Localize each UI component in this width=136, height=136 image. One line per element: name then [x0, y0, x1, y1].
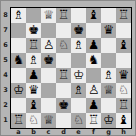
file-label-f: f: [86, 128, 101, 136]
square-h4[interactable]: ♛: [116, 68, 131, 83]
square-e7[interactable]: ♚: [71, 23, 86, 38]
square-e8[interactable]: [71, 8, 86, 23]
square-d6[interactable]: ♘: [56, 38, 71, 53]
square-a6[interactable]: [11, 38, 26, 53]
square-e4[interactable]: ♔: [71, 68, 86, 83]
square-d4[interactable]: ♖: [56, 68, 71, 83]
black-knight-icon: ♞: [13, 54, 24, 67]
square-f8[interactable]: ♝: [86, 8, 101, 23]
white-queen-icon: ♕: [43, 114, 54, 127]
square-d3[interactable]: [56, 83, 71, 98]
square-c6[interactable]: ♙: [41, 38, 56, 53]
rank-label-6: 6: [1, 38, 10, 53]
black-queen-icon: ♛: [118, 69, 129, 82]
square-g2[interactable]: [101, 98, 116, 113]
black-bishop-icon: ♝: [28, 99, 39, 112]
square-g4[interactable]: ♗: [101, 68, 116, 83]
black-queen-icon: ♛: [103, 24, 114, 37]
square-a8[interactable]: ♗: [11, 8, 26, 23]
white-rook-icon: ♖: [118, 9, 129, 22]
square-c2[interactable]: [41, 98, 56, 113]
rank-label-4: 4: [1, 68, 10, 83]
file-labels: abcdefgh: [11, 128, 131, 136]
chess-diagram-frame: 87654321 ♗♕♖♝♖♚♚♛♖♙♘♗♟♝♞♗♚♞♟♖♔♗♛♔♛♗♙♕♘♝♚…: [0, 0, 136, 136]
square-g3[interactable]: ♕: [101, 83, 116, 98]
white-bishop-icon: ♗: [13, 9, 24, 22]
file-label-b: b: [26, 128, 41, 136]
chess-board: ♗♕♖♝♖♚♚♛♖♙♘♗♟♝♞♗♚♞♟♖♔♗♛♔♛♗♙♕♘♝♚♟♖♖♘♕♘♖♔♝: [10, 7, 132, 129]
square-f1[interactable]: ♖: [86, 113, 101, 128]
square-b1[interactable]: ♘: [26, 113, 41, 128]
square-b5[interactable]: ♗: [26, 53, 41, 68]
square-g1[interactable]: ♔: [101, 113, 116, 128]
square-g7[interactable]: ♛: [101, 23, 116, 38]
white-rook-icon: ♖: [58, 69, 69, 82]
square-e3[interactable]: ♗: [71, 83, 86, 98]
white-bishop-icon: ♗: [28, 54, 39, 67]
white-pawn-icon: ♙: [43, 39, 54, 52]
file-label-a: a: [11, 128, 26, 136]
white-pawn-icon: ♙: [88, 84, 99, 97]
black-king-icon: ♚: [58, 99, 69, 112]
white-king-icon: ♔: [103, 114, 114, 127]
square-d7[interactable]: [56, 23, 71, 38]
square-f5[interactable]: ♞: [86, 53, 101, 68]
white-rook-icon: ♖: [13, 114, 24, 127]
white-knight-icon: ♘: [28, 114, 39, 127]
square-f7[interactable]: [86, 23, 101, 38]
white-king-icon: ♔: [13, 84, 24, 97]
white-rook-icon: ♖: [118, 99, 129, 112]
file-label-g: g: [101, 128, 116, 136]
square-c8[interactable]: ♕: [41, 8, 56, 23]
square-g5[interactable]: [101, 53, 116, 68]
square-f6[interactable]: ♟: [86, 38, 101, 53]
rank-label-5: 5: [1, 53, 10, 68]
square-e5[interactable]: [71, 53, 86, 68]
black-bishop-icon: ♝: [88, 9, 99, 22]
square-h5[interactable]: [116, 53, 131, 68]
square-e6[interactable]: ♗: [71, 38, 86, 53]
square-b3[interactable]: ♛: [26, 83, 41, 98]
square-c3[interactable]: [41, 83, 56, 98]
square-a7[interactable]: [11, 23, 26, 38]
square-f2[interactable]: ♟: [86, 98, 101, 113]
black-king-icon: ♚: [43, 54, 54, 67]
rank-label-2: 2: [1, 98, 10, 113]
white-bishop-icon: ♗: [73, 39, 84, 52]
white-knight-icon: ♘: [118, 84, 129, 97]
rank-label-3: 3: [1, 83, 10, 98]
square-e1[interactable]: ♘: [71, 113, 86, 128]
square-b2[interactable]: ♝: [26, 98, 41, 113]
rank-label-8: 8: [1, 8, 10, 23]
black-pawn-icon: ♟: [88, 39, 99, 52]
square-f4[interactable]: [86, 68, 101, 83]
file-label-d: d: [56, 128, 71, 136]
square-d1[interactable]: [56, 113, 71, 128]
white-queen-icon: ♕: [43, 9, 54, 22]
square-c5[interactable]: ♚: [41, 53, 56, 68]
square-d8[interactable]: ♖: [56, 8, 71, 23]
black-knight-icon: ♞: [88, 54, 99, 67]
square-b4[interactable]: ♟: [26, 68, 41, 83]
black-king-icon: ♚: [73, 24, 84, 37]
rank-label-1: 1: [1, 113, 10, 128]
square-a3[interactable]: ♔: [11, 83, 26, 98]
square-b6[interactable]: ♖: [26, 38, 41, 53]
square-h8[interactable]: ♖: [116, 8, 131, 23]
black-pawn-icon: ♟: [28, 69, 39, 82]
square-h7[interactable]: [116, 23, 131, 38]
square-d2[interactable]: ♚: [56, 98, 71, 113]
file-label-c: c: [41, 128, 56, 136]
square-c1[interactable]: ♕: [41, 113, 56, 128]
white-rook-icon: ♖: [88, 114, 99, 127]
white-rook-icon: ♖: [58, 9, 69, 22]
square-a1[interactable]: ♖: [11, 113, 26, 128]
square-b8[interactable]: [26, 8, 41, 23]
square-g8[interactable]: [101, 8, 116, 23]
square-h6[interactable]: ♝: [116, 38, 131, 53]
square-c7[interactable]: [41, 23, 56, 38]
square-d5[interactable]: [56, 53, 71, 68]
square-a2[interactable]: [11, 98, 26, 113]
white-queen-icon: ♕: [103, 84, 114, 97]
square-g6[interactable]: [101, 38, 116, 53]
square-h2[interactable]: ♖: [116, 98, 131, 113]
white-bishop-icon: ♗: [103, 69, 114, 82]
white-knight-icon: ♘: [73, 114, 84, 127]
black-king-icon: ♚: [28, 24, 39, 37]
black-queen-icon: ♛: [28, 84, 39, 97]
square-a4[interactable]: [11, 68, 26, 83]
square-f3[interactable]: ♙: [86, 83, 101, 98]
white-king-icon: ♔: [73, 69, 84, 82]
square-h1[interactable]: ♝: [116, 113, 131, 128]
file-label-h: h: [116, 128, 131, 136]
file-label-e: e: [71, 128, 86, 136]
square-e2[interactable]: [71, 98, 86, 113]
black-bishop-icon: ♝: [118, 114, 129, 127]
rank-label-7: 7: [1, 23, 10, 38]
square-b7[interactable]: ♚: [26, 23, 41, 38]
white-knight-icon: ♘: [58, 39, 69, 52]
rank-labels: 87654321: [1, 8, 10, 128]
square-c4[interactable]: [41, 68, 56, 83]
square-h3[interactable]: ♘: [116, 83, 131, 98]
square-a5[interactable]: ♞: [11, 53, 26, 68]
black-pawn-icon: ♟: [88, 99, 99, 112]
white-bishop-icon: ♗: [73, 84, 84, 97]
white-rook-icon: ♖: [28, 39, 39, 52]
black-bishop-icon: ♝: [118, 39, 129, 52]
